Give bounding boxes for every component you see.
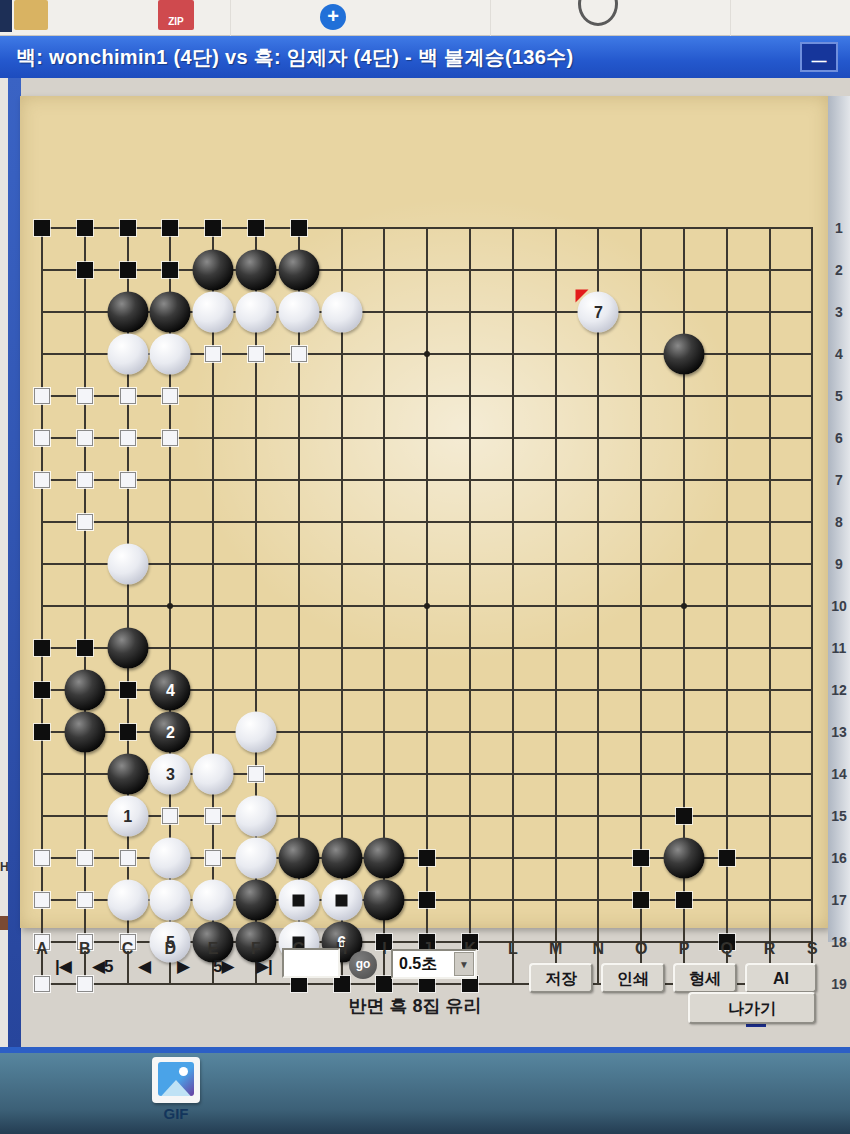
black-stone[interactable] (321, 838, 362, 879)
white-stone[interactable] (236, 838, 277, 879)
white-stone[interactable] (193, 292, 234, 333)
nav-first-button[interactable]: |◀ (55, 956, 71, 980)
white-territory-marker (77, 892, 93, 908)
white-territory-marker (34, 388, 50, 404)
white-territory-marker (248, 766, 264, 782)
screen: ZIP + 백: wonchimin1 (4단) vs 흑: 임제자 (4단) … (0, 0, 850, 1134)
white-stone[interactable] (321, 880, 362, 921)
black-territory-marker (205, 220, 221, 236)
black-territory-marker (676, 892, 692, 908)
divider (230, 0, 231, 36)
window-title: 백: wonchimin1 (4단) vs 흑: 임제자 (4단) - 백 불계… (0, 44, 573, 71)
white-territory-marker (162, 388, 178, 404)
divider (730, 0, 731, 36)
row-label: 14 (828, 766, 850, 782)
white-territory-marker (34, 892, 50, 908)
estimate-button[interactable]: 형세 (673, 963, 737, 993)
go-board[interactable]: 7423156 (20, 96, 828, 928)
control-bar: |◀ ◀5 ◀ ▶ 5▶ ▶| go 0.5초 ▼ 저장 인쇄 형세 AI 반면… (0, 956, 850, 1048)
black-stone[interactable] (107, 754, 148, 795)
black-territory-marker (77, 640, 93, 656)
black-territory-marker (676, 808, 692, 824)
white-stone[interactable] (193, 880, 234, 921)
row-label: 8 (828, 514, 850, 530)
grid-line (811, 227, 813, 985)
white-territory-marker (205, 808, 221, 824)
grid-line (597, 227, 599, 985)
background-text-fragment: H (0, 860, 8, 874)
white-territory-marker (120, 388, 136, 404)
row-label: 9 (828, 556, 850, 572)
white-territory-marker (120, 430, 136, 446)
gif-desktop-icon[interactable] (152, 1057, 200, 1103)
sun-icon (179, 1067, 188, 1076)
divider (490, 0, 491, 36)
row-label: 15 (828, 808, 850, 824)
star-point (167, 603, 173, 609)
white-stone[interactable] (278, 880, 319, 921)
row-label: 16 (828, 850, 850, 866)
row-label: 10 (828, 598, 850, 614)
move-number: 3 (166, 766, 175, 782)
move-number: 7 (594, 304, 603, 320)
row-label: 11 (828, 640, 850, 656)
nav-back-button[interactable]: ◀ (138, 956, 150, 980)
black-stone[interactable] (278, 838, 319, 879)
go-button[interactable]: go (349, 951, 377, 979)
row-label: 18 (828, 934, 850, 950)
move-number: 4 (166, 682, 175, 698)
grid-line (512, 227, 514, 985)
background-fragment: H (0, 78, 8, 1047)
row-label: 5 (828, 388, 850, 404)
white-territory-marker (34, 472, 50, 488)
white-territory-marker (77, 472, 93, 488)
white-territory-marker (162, 808, 178, 824)
black-stone[interactable] (107, 628, 148, 669)
black-territory-marker (162, 220, 178, 236)
gif-icon-label: GIF (146, 1105, 206, 1122)
grid-line (640, 227, 642, 985)
white-stone[interactable] (321, 292, 362, 333)
mountain-icon (158, 1080, 194, 1096)
black-territory-marker (633, 892, 649, 908)
black-stone[interactable]: 4 (150, 670, 191, 711)
nav-back5-button[interactable]: ◀5 (92, 956, 113, 980)
black-territory-marker (719, 850, 735, 866)
zip-file-icon[interactable]: ZIP (158, 0, 194, 30)
black-stone[interactable] (236, 250, 277, 291)
black-stone[interactable] (364, 880, 405, 921)
background-window-strip: ZIP + (0, 0, 850, 36)
dead-stone-marker (293, 894, 305, 906)
white-stone[interactable] (236, 796, 277, 837)
row-label: 3 (828, 304, 850, 320)
row-label: 7 (828, 472, 850, 488)
ai-button[interactable]: AI (745, 963, 817, 993)
black-territory-marker (120, 220, 136, 236)
chevron-down-icon[interactable]: ▼ (454, 952, 474, 976)
background-fragment (0, 916, 8, 930)
row-label: 17 (828, 892, 850, 908)
white-stone[interactable] (236, 292, 277, 333)
white-stone[interactable] (107, 880, 148, 921)
white-territory-marker (77, 850, 93, 866)
print-button[interactable]: 인쇄 (601, 963, 665, 993)
row-label: 6 (828, 430, 850, 446)
move-number-input[interactable] (282, 948, 340, 978)
exit-button[interactable]: 나가기 (688, 992, 816, 1024)
white-stone[interactable]: 1 (107, 796, 148, 837)
white-territory-marker (120, 472, 136, 488)
black-territory-marker (120, 682, 136, 698)
add-icon[interactable]: + (320, 4, 346, 30)
black-stone[interactable] (64, 670, 105, 711)
save-button[interactable]: 저장 (529, 963, 593, 993)
last-move-marker (576, 290, 589, 303)
score-status-text: 반면 흑 8집 유리 (300, 994, 530, 1018)
photos-app-icon (158, 1062, 194, 1096)
black-stone[interactable] (664, 838, 705, 879)
replay-speed-value: 0.5초 (399, 954, 437, 975)
white-territory-marker (205, 346, 221, 362)
black-territory-marker (419, 892, 435, 908)
black-territory-marker (248, 220, 264, 236)
screen-corner (0, 0, 12, 32)
black-territory-marker (120, 724, 136, 740)
star-point (681, 603, 687, 609)
black-territory-marker (34, 220, 50, 236)
black-territory-marker (120, 262, 136, 278)
black-territory-marker (34, 682, 50, 698)
file-icon[interactable] (14, 0, 48, 30)
dead-stone-marker (336, 894, 348, 906)
desktop: GIF (0, 1053, 850, 1134)
black-stone[interactable] (107, 292, 148, 333)
grid-line (555, 227, 557, 985)
logo-curve-icon (578, 0, 618, 26)
move-number: 1 (123, 808, 132, 824)
row-label: 13 (828, 724, 850, 740)
black-stone[interactable] (64, 712, 105, 753)
white-stone[interactable] (150, 334, 191, 375)
black-territory-marker (419, 850, 435, 866)
grid-line (769, 227, 771, 985)
star-point (424, 351, 430, 357)
star-point (424, 603, 430, 609)
grid-line (726, 227, 728, 985)
minimize-button[interactable]: — (800, 42, 838, 72)
row-label: 2 (828, 262, 850, 278)
white-territory-marker (34, 850, 50, 866)
white-territory-marker (77, 388, 93, 404)
white-territory-marker (77, 514, 93, 530)
nav-last-button[interactable]: ▶| (256, 956, 272, 980)
black-stone[interactable] (364, 838, 405, 879)
nav-forward-button[interactable]: ▶ (177, 956, 189, 980)
white-stone[interactable] (107, 334, 148, 375)
move-number: 2 (166, 724, 175, 740)
white-stone[interactable] (236, 712, 277, 753)
black-stone[interactable]: 2 (150, 712, 191, 753)
black-territory-marker (162, 262, 178, 278)
white-territory-marker (248, 346, 264, 362)
white-stone[interactable] (193, 754, 234, 795)
replay-speed-select[interactable]: 0.5초 ▼ (391, 949, 477, 979)
black-stone[interactable] (193, 250, 234, 291)
black-territory-marker (291, 220, 307, 236)
white-stone[interactable] (150, 838, 191, 879)
black-stone[interactable] (150, 292, 191, 333)
white-stone[interactable] (278, 292, 319, 333)
window-body: H 7423156 ABCDEFGHIJKLMNOPQRS12345678910… (0, 78, 850, 1047)
white-territory-marker (120, 850, 136, 866)
white-territory-marker (162, 430, 178, 446)
row-label: 4 (828, 346, 850, 362)
black-territory-marker (77, 220, 93, 236)
black-territory-marker (77, 262, 93, 278)
black-territory-marker (34, 724, 50, 740)
black-stone[interactable] (664, 334, 705, 375)
row-label: 1 (828, 220, 850, 236)
nav-forward5-button[interactable]: 5▶ (213, 956, 234, 980)
white-stone[interactable]: 3 (150, 754, 191, 795)
black-stone[interactable] (278, 250, 319, 291)
grid-line (469, 227, 471, 985)
black-stone[interactable] (236, 880, 277, 921)
white-stone[interactable] (107, 544, 148, 585)
black-territory-marker (633, 850, 649, 866)
white-stone[interactable]: 7 (578, 292, 619, 333)
grid-line (41, 815, 813, 817)
white-territory-marker (205, 850, 221, 866)
white-territory-marker (34, 430, 50, 446)
black-territory-marker (34, 640, 50, 656)
row-label: 12 (828, 682, 850, 698)
white-stone[interactable] (150, 880, 191, 921)
white-territory-marker (291, 346, 307, 362)
grid-line (41, 647, 813, 649)
title-bar[interactable]: 백: wonchimin1 (4단) vs 흑: 임제자 (4단) - 백 불계… (0, 36, 850, 78)
white-territory-marker (77, 430, 93, 446)
